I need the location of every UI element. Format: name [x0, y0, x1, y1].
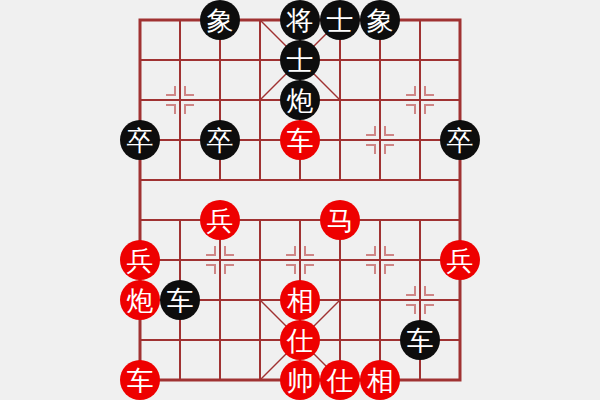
black-elephant[interactable]: 象 — [200, 0, 240, 40]
red-chariot[interactable]: 车 — [280, 120, 320, 160]
red-elephant[interactable]: 相 — [360, 360, 400, 400]
red-cannon[interactable]: 炮 — [120, 280, 160, 320]
red-advisor[interactable]: 仕 — [320, 360, 360, 400]
red-elephant[interactable]: 相 — [280, 280, 320, 320]
black-advisor[interactable]: 士 — [280, 40, 320, 80]
red-pawn[interactable]: 兵 — [120, 240, 160, 280]
black-elephant[interactable]: 象 — [360, 0, 400, 40]
red-general[interactable]: 帅 — [280, 360, 320, 400]
black-chariot[interactable]: 车 — [400, 320, 440, 360]
xiangqi-app: 象将士象士炮卒卒车卒兵马兵兵炮车相仕车车帅仕相 — [0, 0, 600, 400]
red-pawn[interactable]: 兵 — [440, 240, 480, 280]
black-advisor[interactable]: 士 — [320, 0, 360, 40]
board-grid[interactable]: 象将士象士炮卒卒车卒兵马兵兵炮车相仕车车帅仕相 — [120, 0, 480, 400]
red-advisor[interactable]: 仕 — [280, 320, 320, 360]
black-cannon[interactable]: 炮 — [280, 80, 320, 120]
black-pawn[interactable]: 卒 — [120, 120, 160, 160]
black-chariot[interactable]: 车 — [160, 280, 200, 320]
red-horse[interactable]: 马 — [320, 200, 360, 240]
black-general[interactable]: 将 — [280, 0, 320, 40]
red-pawn[interactable]: 兵 — [200, 200, 240, 240]
red-chariot[interactable]: 车 — [120, 360, 160, 400]
black-pawn[interactable]: 卒 — [200, 120, 240, 160]
black-pawn[interactable]: 卒 — [440, 120, 480, 160]
